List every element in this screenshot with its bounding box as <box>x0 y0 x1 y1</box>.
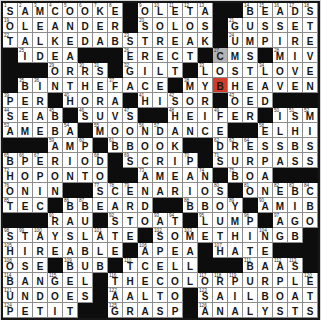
cell-letter: C <box>111 187 118 197</box>
grid-cell: I <box>48 303 63 318</box>
cell-letter: T <box>7 37 13 47</box>
cell-letter: E <box>67 277 74 287</box>
cell-letter: O <box>111 127 119 137</box>
grid-cell: O <box>303 213 318 228</box>
grid-cell: P <box>258 153 273 168</box>
grid-cell: C <box>138 258 153 273</box>
grid-cell: U <box>213 213 228 228</box>
black-cell <box>168 198 183 213</box>
grid-cell: M <box>273 198 288 213</box>
black-cell <box>303 258 318 273</box>
grid-cell: 57D <box>153 123 168 138</box>
grid-cell: C <box>138 153 153 168</box>
grid-cell: C <box>153 273 168 288</box>
cell-letter: Y <box>52 232 59 242</box>
grid-cell: 75B <box>228 168 243 183</box>
cell-letter: S <box>292 262 299 272</box>
cell-letter: N <box>51 187 58 197</box>
cell-letter: E <box>157 82 164 92</box>
grid-cell: L <box>138 288 153 303</box>
grid-cell: T <box>303 18 318 33</box>
grid-cell: E <box>48 243 63 258</box>
cell-number: 124 <box>4 303 12 308</box>
grid-cell: E <box>183 108 198 123</box>
grid-cell: A <box>123 78 138 93</box>
cell-letter: S <box>247 52 254 62</box>
black-cell <box>3 213 18 228</box>
grid-cell: R <box>168 183 183 198</box>
grid-cell: 78C <box>108 183 123 198</box>
grid-cell: U <box>93 108 108 123</box>
cell-letter: S <box>262 22 269 32</box>
grid-cell: I <box>198 108 213 123</box>
cell-number: 27 <box>214 48 219 53</box>
grid-cell: G <box>273 228 288 243</box>
grid-cell: 60P <box>78 138 93 153</box>
grid-cell: R <box>123 198 138 213</box>
grid-cell: O <box>153 138 168 153</box>
cell-number: 72 <box>4 168 9 173</box>
grid-cell: C <box>138 78 153 93</box>
black-cell <box>303 168 318 183</box>
grid-cell: B <box>288 228 303 243</box>
cell-letter: S <box>217 187 224 197</box>
grid-cell: T <box>168 63 183 78</box>
grid-cell: 102S <box>153 228 168 243</box>
cell-letter: S <box>307 142 314 152</box>
cell-letter: B <box>66 262 73 272</box>
grid-cell: Y <box>48 228 63 243</box>
cell-number: 5 <box>64 3 67 8</box>
cell-number: 8 <box>109 3 112 8</box>
grid-cell: 123S <box>198 288 213 303</box>
cell-number: 16 <box>274 3 279 8</box>
cell-letter: G <box>276 232 284 242</box>
grid-cell: E <box>18 93 33 108</box>
grid-cell: E <box>33 258 48 273</box>
grid-cell: 97A <box>273 213 288 228</box>
grid-cell: T <box>33 303 48 318</box>
cell-letter: A <box>36 112 43 122</box>
grid-cell: 43O <box>228 93 243 108</box>
grid-cell: V <box>303 48 318 63</box>
black-cell <box>228 3 243 18</box>
grid-cell: 50I <box>273 108 288 123</box>
cell-letter: H <box>291 127 298 137</box>
grid-cell: P <box>168 303 183 318</box>
cell-letter: A <box>96 37 103 47</box>
cell-letter: M <box>66 142 74 152</box>
cell-number: 90 <box>259 198 264 203</box>
grid-cell: 36I <box>33 78 48 93</box>
grid-cell: R <box>123 303 138 318</box>
black-cell <box>18 138 33 153</box>
grid-cell: Y <box>198 78 213 93</box>
grid-cell: L <box>153 63 168 78</box>
cell-number: 95 <box>199 213 204 218</box>
cell-letter: A <box>126 292 133 302</box>
cell-letter: H <box>6 247 13 257</box>
grid-cell: R <box>48 153 63 168</box>
cell-letter: I <box>54 307 57 317</box>
cell-letter: A <box>66 217 73 227</box>
grid-cell: 90A <box>258 198 273 213</box>
grid-cell: S <box>303 138 318 153</box>
cell-letter: S <box>7 7 14 17</box>
cell-letter: Y <box>202 82 209 92</box>
cell-letter: O <box>141 217 149 227</box>
cell-letter: T <box>22 232 28 242</box>
grid-cell: E <box>243 93 258 108</box>
cell-letter: H <box>6 172 13 182</box>
cell-letter: O <box>171 292 179 302</box>
cell-letter: I <box>309 127 312 137</box>
grid-cell: 72H <box>3 168 18 183</box>
grid-cell: N <box>303 78 318 93</box>
grid-cell: L <box>243 288 258 303</box>
cell-letter: S <box>172 97 179 107</box>
cell-letter: A <box>36 232 43 242</box>
grid-cell: B <box>123 138 138 153</box>
cell-number: 20 <box>139 18 144 23</box>
grid-cell: O <box>213 63 228 78</box>
grid-cell: L <box>183 258 198 273</box>
cell-letter: E <box>172 37 179 47</box>
black-cell <box>108 63 123 78</box>
black-cell <box>258 48 273 63</box>
cell-letter: A <box>201 307 208 317</box>
cell-letter: M <box>186 82 194 92</box>
cell-number: 85 <box>4 198 9 203</box>
cell-letter: O <box>126 127 134 137</box>
cell-number: 64 <box>244 138 249 143</box>
cell-number: 77 <box>94 183 99 188</box>
grid-cell: I <box>183 183 198 198</box>
black-cell <box>303 93 318 108</box>
cell-letter: M <box>276 202 284 212</box>
grid-cell: L <box>243 303 258 318</box>
grid-cell: H <box>123 273 138 288</box>
cell-letter: S <box>277 22 284 32</box>
grid-cell: B <box>198 198 213 213</box>
grid-cell: 101A <box>93 228 108 243</box>
grid-cell: 42S <box>168 93 183 108</box>
grid-cell: 70P <box>183 153 198 168</box>
grid-cell: 74N <box>198 168 213 183</box>
cell-number: 114 <box>4 273 11 278</box>
grid-cell: B <box>48 123 63 138</box>
cell-letter: I <box>39 187 42 197</box>
grid-cell: E <box>228 108 243 123</box>
cell-letter: T <box>247 67 253 77</box>
grid-cell: 34L <box>258 63 273 78</box>
grid-cell: L <box>78 273 93 288</box>
cell-letter: L <box>277 127 283 137</box>
cell-letter: G <box>126 67 134 77</box>
grid-cell: O <box>78 153 93 168</box>
black-cell <box>48 198 63 213</box>
cell-number: 32 <box>124 63 129 68</box>
cell-letter: S <box>82 112 89 122</box>
grid-cell: M <box>63 138 78 153</box>
cell-letter: E <box>22 112 29 122</box>
cell-letter: I <box>39 82 42 92</box>
black-cell <box>153 198 168 213</box>
grid-cell: 46S <box>78 108 93 123</box>
cell-letter: H <box>171 112 178 122</box>
cell-letter: T <box>187 52 193 62</box>
cell-letter: O <box>171 232 179 242</box>
cell-letter: E <box>97 82 104 92</box>
cell-letter: I <box>189 187 192 197</box>
grid-cell: E <box>303 33 318 48</box>
cell-number: 44 <box>4 108 9 113</box>
cell-letter: L <box>247 307 253 317</box>
grid-cell: 22T <box>3 33 18 48</box>
cell-letter: K <box>201 37 208 47</box>
grid-cell: B <box>78 243 93 258</box>
grid-cell: L <box>78 228 93 243</box>
cell-number: 53 <box>4 123 9 128</box>
cell-number: 18 <box>304 3 309 8</box>
grid-cell: I <box>33 183 48 198</box>
cell-number: 46 <box>79 108 84 113</box>
cell-number: 31 <box>94 63 99 68</box>
cell-letter: A <box>111 202 118 212</box>
grid-cell: N <box>48 78 63 93</box>
cell-letter: S <box>82 292 89 302</box>
grid-cell: E <box>138 273 153 288</box>
grid-cell: N <box>18 288 33 303</box>
cell-number: 87 <box>79 198 84 203</box>
cell-letter: C <box>306 187 313 197</box>
cell-letter: I <box>174 157 177 167</box>
grid-cell: K <box>198 33 213 48</box>
cell-number: 35 <box>19 78 24 83</box>
grid-cell: D <box>138 198 153 213</box>
black-cell <box>3 48 18 63</box>
cell-letter: E <box>202 232 209 242</box>
cell-letter: R <box>216 277 223 287</box>
grid-cell: 125G <box>108 303 123 318</box>
cell-letter: S <box>277 307 284 317</box>
grid-cell: 45B <box>48 108 63 123</box>
cell-letter: R <box>246 112 253 122</box>
grid-cell: A <box>273 153 288 168</box>
cell-letter: P <box>262 157 269 167</box>
grid-cell: O <box>138 213 153 228</box>
cell-letter: O <box>276 67 284 77</box>
cell-letter: D <box>36 52 43 62</box>
cell-letter: O <box>51 292 59 302</box>
cell-letter: E <box>37 127 44 137</box>
grid-cell: 47S <box>123 108 138 123</box>
cell-number: 55 <box>94 123 99 128</box>
cell-letter: I <box>294 52 297 62</box>
grid-cell: U <box>243 273 258 288</box>
cell-letter: T <box>247 247 253 257</box>
cell-number: 4 <box>49 3 52 8</box>
cell-letter: B <box>291 142 298 152</box>
cell-letter: U <box>231 37 238 47</box>
cell-letter: S <box>67 232 74 242</box>
grid-cell: O <box>168 273 183 288</box>
cell-letter: B <box>306 202 313 212</box>
cell-letter: E <box>172 7 179 17</box>
grid-cell: 73A <box>138 168 153 183</box>
grid-cell: 11E <box>168 3 183 18</box>
cell-letter: I <box>204 112 207 122</box>
cell-letter: A <box>51 22 58 32</box>
cell-letter: I <box>249 232 252 242</box>
grid-cell: 85T <box>3 198 18 213</box>
grid-cell: E <box>288 78 303 93</box>
cell-number: 22 <box>4 33 9 38</box>
black-cell <box>123 3 138 18</box>
grid-cell: N <box>63 168 78 183</box>
black-cell <box>78 183 93 198</box>
cell-letter: P <box>262 37 269 47</box>
cell-letter: O <box>156 142 164 152</box>
black-cell <box>198 258 213 273</box>
cell-number: 92 <box>109 213 114 218</box>
grid-cell: 12T <box>183 3 198 18</box>
black-cell <box>228 183 243 198</box>
grid-cell: S <box>288 153 303 168</box>
grid-cell: 31S <box>93 63 108 78</box>
grid-cell: 26E <box>123 48 138 63</box>
grid-cell: E <box>33 18 48 33</box>
grid-cell: A <box>48 18 63 33</box>
cell-letter: E <box>127 232 134 242</box>
grid-cell: E <box>93 198 108 213</box>
grid-cell: A <box>213 288 228 303</box>
cell-number: 100 <box>34 228 42 233</box>
black-cell <box>198 153 213 168</box>
cell-letter: R <box>156 157 163 167</box>
black-cell <box>288 93 303 108</box>
cell-number: 78 <box>109 183 114 188</box>
grid-cell: O <box>213 198 228 213</box>
cell-letter: S <box>112 217 119 227</box>
grid-cell: B <box>303 198 318 213</box>
black-cell <box>183 288 198 303</box>
cell-letter: R <box>246 157 253 167</box>
grid-cell: E <box>303 63 318 78</box>
cell-letter: N <box>141 187 148 197</box>
grid-cell: 59A <box>48 138 63 153</box>
cell-letter: K <box>51 37 58 47</box>
cell-letter: P <box>157 247 164 257</box>
grid-cell: E <box>108 243 123 258</box>
grid-cell: I <box>153 93 168 108</box>
cell-letter: S <box>7 232 14 242</box>
cell-letter: R <box>96 97 103 107</box>
cell-letter: D <box>261 97 268 107</box>
grid-cell: 103M <box>183 228 198 243</box>
grid-cell: B <box>258 288 273 303</box>
grid-cell: K <box>48 33 63 48</box>
grid-cell: R <box>33 243 48 258</box>
grid-cell: E <box>18 303 33 318</box>
cell-letter: U <box>81 217 88 227</box>
black-cell <box>273 93 288 108</box>
cell-letter: A <box>6 127 13 137</box>
cell-letter: E <box>37 157 44 167</box>
cell-number: 91 <box>49 213 54 218</box>
cell-letter: B <box>291 232 298 242</box>
grid-cell: R <box>258 273 273 288</box>
cell-letter: L <box>202 67 208 77</box>
black-cell <box>33 213 48 228</box>
grid-cell: E <box>288 18 303 33</box>
black-cell <box>108 153 123 168</box>
grid-cell: 19O <box>3 18 18 33</box>
grid-cell: 92S <box>108 213 123 228</box>
cell-letter: E <box>277 187 284 197</box>
grid-cell: 79E <box>123 183 138 198</box>
grid-cell: L <box>288 273 303 288</box>
grid-cell: H <box>288 123 303 138</box>
cell-letter: T <box>307 292 313 302</box>
grid-cell: 27C <box>213 48 228 63</box>
grid-cell: T <box>153 288 168 303</box>
cell-number: 112 <box>274 258 281 263</box>
grid-cell: B <box>108 33 123 48</box>
grid-cell: R <box>243 108 258 123</box>
grid-cell: 126A <box>198 303 213 318</box>
cell-letter: T <box>142 37 148 47</box>
cell-letter: A <box>111 97 118 107</box>
cell-number: 54 <box>64 123 69 128</box>
grid-cell: S <box>198 18 213 33</box>
cell-letter: M <box>306 112 314 122</box>
cell-letter: S <box>232 67 239 77</box>
grid-cell: 48H <box>168 108 183 123</box>
cell-letter: E <box>142 277 149 287</box>
cell-letter: U <box>81 262 88 272</box>
cell-letter: G <box>231 22 239 32</box>
cell-number: 58 <box>259 123 264 128</box>
cell-letter: T <box>37 307 43 317</box>
grid-cell: 13A <box>198 3 213 18</box>
cell-letter: E <box>307 67 314 77</box>
cell-letter: S <box>307 7 314 17</box>
cell-letter: S <box>97 187 104 197</box>
grid-cell: 108O <box>3 258 18 273</box>
cell-letter: L <box>172 262 178 272</box>
grid-cell: 105H <box>3 243 18 258</box>
grid-cell: 94T <box>168 213 183 228</box>
grid-cell: S <box>258 138 273 153</box>
cell-letter: T <box>217 232 223 242</box>
cell-number: 28 <box>274 48 279 53</box>
grid-cell: D <box>258 93 273 108</box>
grid-cell: R <box>153 153 168 168</box>
cell-letter: N <box>21 187 28 197</box>
cell-letter: O <box>96 172 104 182</box>
cell-letter: S <box>277 142 284 152</box>
cell-letter: O <box>171 277 179 287</box>
cell-letter: A <box>186 172 193 182</box>
cell-letter: A <box>231 247 238 257</box>
cell-letter: B <box>6 157 13 167</box>
cell-number: 51 <box>289 108 294 113</box>
cell-letter: S <box>127 112 134 122</box>
black-cell <box>93 138 108 153</box>
cell-number: 2 <box>19 3 22 8</box>
black-cell <box>93 273 108 288</box>
